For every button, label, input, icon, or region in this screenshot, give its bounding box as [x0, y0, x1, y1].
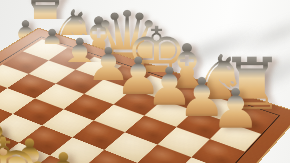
piece-silver-rook-a8: ♜ — [0, 0, 90, 50]
chess-board: ♜♞♝♛♚♝♞♜♟♟♟♟♟♟♟♟♟♟♟♟♟♟♟♟♜♞♝♛♚♝♞♜ — [0, 28, 290, 163]
rook-glyph: ♜ — [17, 0, 73, 50]
scene: ♜♞♝♛♚♝♞♜♟♟♟♟♟♟♟♟♟♟♟♟♟♟♟♟♜♞♝♛♚♝♞♜ — [0, 0, 290, 163]
chess-set-photo: ♜♞♝♛♚♝♞♜♟♟♟♟♟♟♟♟♟♟♟♟♟♟♟♟♜♞♝♛♚♝♞♜ — [0, 0, 290, 163]
board-grid: ♜♞♝♛♚♝♞♜♟♟♟♟♟♟♟♟♟♟♟♟♟♟♟♟♜♞♝♛♚♝♞♜ — [0, 39, 277, 163]
